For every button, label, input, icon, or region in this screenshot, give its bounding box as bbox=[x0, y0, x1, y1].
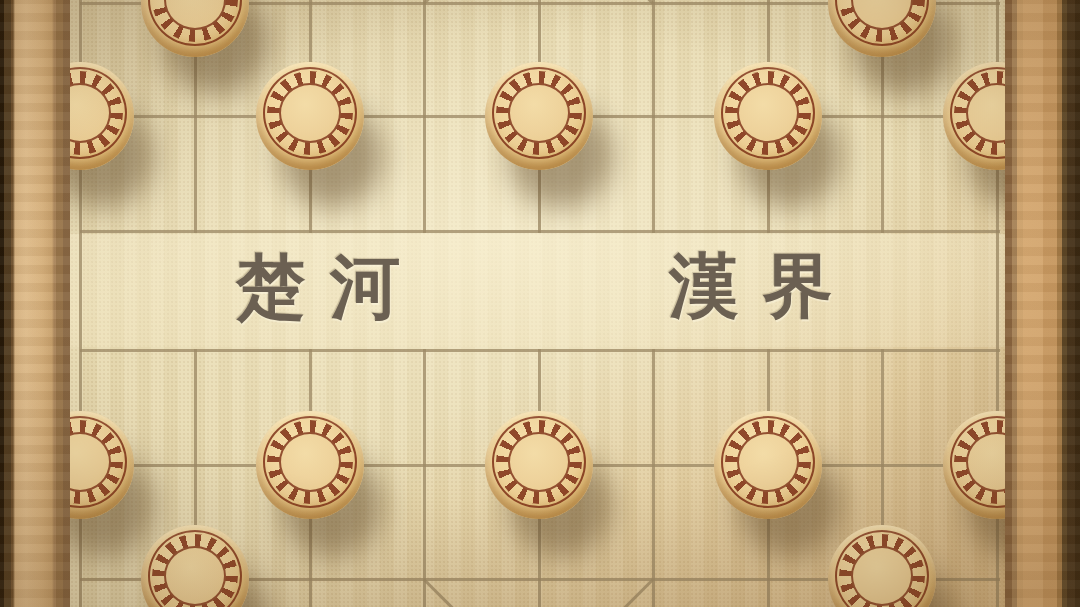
board-frame-left bbox=[0, 0, 70, 607]
piece-face-down-f2r6[interactable] bbox=[256, 411, 364, 519]
piece-ring-outer bbox=[492, 67, 586, 159]
piece-face-down-f4r3[interactable] bbox=[485, 62, 593, 170]
piece-face-center bbox=[279, 432, 341, 492]
river-label-left: 楚河 bbox=[236, 252, 424, 322]
piece-face-center bbox=[851, 546, 913, 606]
river-label-right: 漢界 bbox=[669, 251, 857, 321]
piece-ring-ornament bbox=[152, 534, 238, 607]
wood-grain-texture bbox=[1005, 0, 1080, 607]
xiangqi-board: 楚河 漢界 bbox=[0, 0, 1080, 607]
river-band bbox=[70, 234, 1005, 347]
piece-ring-outer bbox=[835, 530, 929, 607]
piece-face-center bbox=[279, 83, 341, 143]
piece-ring-ornament bbox=[152, 0, 238, 42]
piece-face-center bbox=[508, 432, 570, 492]
piece-face-down-f4r6[interactable] bbox=[485, 411, 593, 519]
file-line-3-upper bbox=[423, 0, 426, 233]
piece-ring-ornament bbox=[267, 71, 353, 155]
piece-ring-ornament bbox=[725, 71, 811, 155]
piece-ring-ornament bbox=[267, 420, 353, 504]
piece-ring-outer bbox=[721, 67, 815, 159]
wood-grain-texture bbox=[0, 0, 70, 607]
piece-ring-outer bbox=[835, 0, 929, 46]
piece-ring-outer bbox=[263, 416, 357, 508]
piece-ring-outer bbox=[148, 530, 242, 607]
piece-face-center bbox=[164, 546, 226, 606]
piece-face-down-f2r3[interactable] bbox=[256, 62, 364, 170]
piece-face-center bbox=[164, 0, 226, 30]
piece-ring-outer bbox=[492, 416, 586, 508]
file-line-5-upper bbox=[652, 0, 655, 233]
file-line-3-lower bbox=[423, 349, 426, 607]
piece-ring-ornament bbox=[839, 534, 925, 607]
piece-ring-ornament bbox=[496, 420, 582, 504]
file-line-5-lower bbox=[652, 349, 655, 607]
piece-ring-outer bbox=[148, 0, 242, 46]
piece-face-center bbox=[737, 83, 799, 143]
board-frame-right bbox=[1005, 0, 1080, 607]
piece-ring-ornament bbox=[496, 71, 582, 155]
piece-face-center bbox=[851, 0, 913, 30]
piece-face-down-f6r3[interactable] bbox=[714, 62, 822, 170]
piece-face-down-f6r6[interactable] bbox=[714, 411, 822, 519]
piece-ring-ornament bbox=[725, 420, 811, 504]
piece-face-center bbox=[508, 83, 570, 143]
piece-ring-ornament bbox=[839, 0, 925, 42]
piece-face-center bbox=[737, 432, 799, 492]
piece-ring-outer bbox=[721, 416, 815, 508]
piece-ring-outer bbox=[263, 67, 357, 159]
